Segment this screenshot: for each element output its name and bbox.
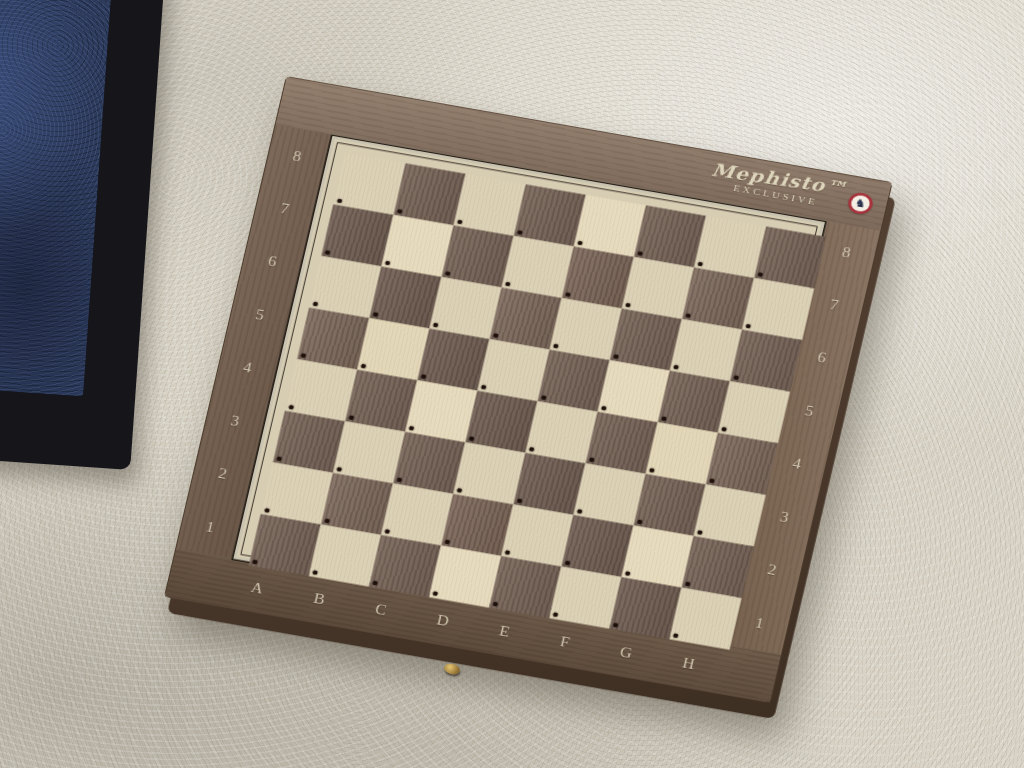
led-dot (685, 313, 691, 318)
led-dot (577, 509, 583, 514)
led-dot (565, 292, 571, 297)
led-dot (397, 477, 403, 482)
photo-scene: Mephisto™ EXCLUSIVE ♞ ABCDEFGH 87654321 … (0, 0, 1024, 768)
board-top: Mephisto™ EXCLUSIVE ♞ ABCDEFGH 87654321 … (164, 76, 893, 703)
file-label: H (681, 655, 696, 671)
led-dot (361, 364, 367, 369)
rank-label: 7 (279, 201, 290, 216)
led-dot (565, 561, 571, 566)
led-dot (373, 312, 379, 317)
led-dot (469, 436, 475, 441)
playing-area (246, 147, 812, 634)
led-dot (757, 272, 763, 277)
led-dot (264, 508, 270, 513)
led-dot (384, 529, 390, 534)
led-dot (529, 447, 535, 452)
led-dot (481, 385, 487, 390)
rank-label: 2 (217, 466, 228, 481)
led-dot (577, 241, 583, 246)
led-dot (625, 571, 631, 576)
file-label: E (498, 623, 511, 639)
board-grid (249, 153, 827, 650)
file-label: A (250, 580, 265, 596)
led-dot (517, 499, 523, 504)
led-dot (505, 282, 511, 287)
file-label: F (559, 634, 571, 650)
led-dot (553, 612, 559, 617)
leather-case (0, 0, 165, 470)
led-dot (493, 602, 499, 607)
led-dot (505, 550, 511, 555)
led-dot (324, 519, 330, 524)
file-label: D (436, 612, 451, 628)
brass-latch (443, 662, 461, 675)
led-dot (601, 406, 607, 411)
led-dot (613, 354, 619, 359)
led-dot (421, 374, 427, 379)
rank-label: 7 (828, 297, 839, 312)
led-dot (276, 456, 282, 461)
inlay-silver-line (233, 136, 824, 645)
led-dot (385, 261, 391, 266)
rank-label: 5 (254, 307, 265, 322)
rank-label: 4 (791, 456, 802, 471)
led-dot (625, 303, 631, 308)
rank-label: 3 (779, 510, 790, 525)
playing-area-border (231, 134, 827, 647)
led-dot (697, 262, 703, 267)
rank-label: 1 (754, 616, 765, 631)
rank-label: 6 (816, 350, 827, 365)
led-dot (673, 365, 679, 370)
led-dot (445, 540, 451, 545)
led-dot (637, 520, 643, 525)
led-dot (457, 488, 463, 493)
knight-icon: ♞ (854, 197, 868, 210)
led-dot (613, 623, 619, 628)
led-dot (300, 353, 306, 358)
rank-label: 1 (204, 519, 215, 534)
led-dot (589, 457, 595, 462)
led-dot (337, 198, 343, 203)
led-dot (553, 344, 559, 349)
led-dot (445, 271, 451, 276)
leather-case-top (0, 0, 113, 397)
led-dot (493, 333, 499, 338)
led-dot (348, 415, 354, 420)
led-dot (745, 324, 751, 329)
inlay-inner-line (240, 142, 818, 639)
rank-label: 8 (841, 244, 852, 259)
led-dot (457, 219, 463, 224)
led-dot (721, 427, 727, 432)
led-dot (252, 560, 258, 565)
square-h1[interactable] (669, 588, 741, 650)
rank-label: 4 (242, 360, 253, 375)
file-label: G (619, 644, 634, 660)
brand-logo-badge: ♞ (846, 191, 875, 216)
led-dot (673, 633, 679, 638)
led-dot (312, 570, 318, 575)
led-dot (637, 251, 643, 256)
led-dot (733, 375, 739, 380)
rank-label: 8 (291, 148, 302, 163)
led-dot (517, 230, 523, 235)
led-dot (709, 478, 715, 483)
led-dot (409, 426, 415, 431)
rank-label: 6 (267, 254, 278, 269)
led-dot (313, 302, 319, 307)
led-dot (288, 405, 294, 410)
led-dot (397, 209, 403, 214)
rank-label: 3 (229, 413, 240, 428)
led-dot (685, 582, 691, 587)
led-dot (325, 250, 331, 255)
led-dot (697, 530, 703, 535)
file-label: C (374, 601, 388, 617)
led-dot (661, 416, 667, 421)
led-dot (433, 323, 439, 328)
led-dot (649, 468, 655, 473)
led-dot (372, 581, 378, 586)
led-dot (432, 591, 438, 596)
rank-label: 5 (804, 403, 815, 418)
chess-board: Mephisto™ EXCLUSIVE ♞ ABCDEFGH 87654321 … (164, 76, 893, 703)
file-label: B (312, 591, 326, 607)
led-dot (336, 467, 342, 472)
rank-label: 2 (766, 563, 777, 578)
led-dot (541, 395, 547, 400)
